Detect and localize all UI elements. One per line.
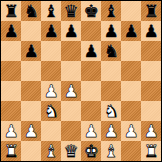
square-b8[interactable]: ♞	[21, 1, 41, 21]
square-d2[interactable]	[61, 121, 81, 141]
piece-white-king[interactable]: ♚	[83, 141, 98, 161]
square-c3[interactable]: ♞	[41, 101, 61, 121]
square-e8[interactable]: ♚	[81, 1, 101, 21]
square-h1[interactable]: ♜	[141, 141, 161, 161]
square-c6[interactable]	[41, 41, 61, 61]
piece-black-king[interactable]: ♚	[83, 1, 98, 21]
square-e6[interactable]: ♟	[81, 41, 101, 61]
piece-black-knight[interactable]: ♞	[23, 1, 38, 21]
square-f4[interactable]	[101, 81, 121, 101]
square-g7[interactable]: ♟	[121, 21, 141, 41]
square-e4[interactable]	[81, 81, 101, 101]
square-d1[interactable]: ♛	[61, 141, 81, 161]
square-d6[interactable]	[61, 41, 81, 61]
square-c2[interactable]	[41, 121, 61, 141]
piece-white-rook[interactable]: ♜	[143, 141, 158, 161]
piece-white-pawn[interactable]: ♟	[103, 121, 118, 141]
piece-black-bishop[interactable]: ♝	[103, 1, 118, 21]
square-b1[interactable]	[21, 141, 41, 161]
square-a2[interactable]: ♟	[1, 121, 21, 141]
square-a6[interactable]	[1, 41, 21, 61]
square-a4[interactable]	[1, 81, 21, 101]
square-h5[interactable]	[141, 61, 161, 81]
square-b4[interactable]	[21, 81, 41, 101]
square-f2[interactable]: ♟	[101, 121, 121, 141]
square-h3[interactable]	[141, 101, 161, 121]
square-b6[interactable]: ♟	[21, 41, 41, 61]
square-g3[interactable]	[121, 101, 141, 121]
square-c8[interactable]: ♝	[41, 1, 61, 21]
piece-black-queen[interactable]: ♛	[63, 1, 78, 21]
square-a3[interactable]	[1, 101, 21, 121]
square-f8[interactable]: ♝	[101, 1, 121, 21]
square-a1[interactable]: ♜	[1, 141, 21, 161]
square-b2[interactable]: ♟	[21, 121, 41, 141]
square-h6[interactable]	[141, 41, 161, 61]
square-a8[interactable]: ♜	[1, 1, 21, 21]
piece-black-pawn[interactable]: ♟	[123, 21, 138, 41]
square-d7[interactable]: ♟	[61, 21, 81, 41]
piece-black-pawn[interactable]: ♟	[143, 21, 158, 41]
piece-white-knight[interactable]: ♞	[43, 101, 58, 121]
piece-white-pawn[interactable]: ♟	[43, 81, 58, 101]
square-h7[interactable]: ♟	[141, 21, 161, 41]
square-c7[interactable]: ♟	[41, 21, 61, 41]
piece-black-rook[interactable]: ♜	[3, 1, 18, 21]
square-e1[interactable]: ♚	[81, 141, 101, 161]
piece-black-rook[interactable]: ♜	[143, 1, 158, 21]
square-b7[interactable]	[21, 21, 41, 41]
piece-black-pawn[interactable]: ♟	[3, 21, 18, 41]
piece-white-bishop[interactable]: ♝	[43, 141, 58, 161]
square-g5[interactable]	[121, 61, 141, 81]
square-e3[interactable]	[81, 101, 101, 121]
square-g6[interactable]	[121, 41, 141, 61]
square-f1[interactable]: ♝	[101, 141, 121, 161]
square-h2[interactable]: ♟	[141, 121, 161, 141]
piece-black-pawn[interactable]: ♟	[83, 41, 98, 61]
square-f7[interactable]: ♟	[101, 21, 121, 41]
square-d5[interactable]	[61, 61, 81, 81]
piece-white-pawn[interactable]: ♟	[83, 121, 98, 141]
square-e2[interactable]: ♟	[81, 121, 101, 141]
square-b3[interactable]	[21, 101, 41, 121]
square-e5[interactable]	[81, 61, 101, 81]
square-g8[interactable]	[121, 1, 141, 21]
square-g1[interactable]	[121, 141, 141, 161]
piece-black-pawn[interactable]: ♟	[63, 21, 78, 41]
piece-white-pawn[interactable]: ♟	[143, 121, 158, 141]
piece-black-bishop[interactable]: ♝	[43, 1, 58, 21]
piece-white-pawn[interactable]: ♟	[3, 121, 18, 141]
piece-black-pawn[interactable]: ♟	[103, 21, 118, 41]
square-e7[interactable]	[81, 21, 101, 41]
piece-white-rook[interactable]: ♜	[3, 141, 18, 161]
piece-black-pawn[interactable]: ♟	[23, 41, 38, 61]
square-g4[interactable]	[121, 81, 141, 101]
piece-white-queen[interactable]: ♛	[63, 141, 78, 161]
square-f3[interactable]: ♞	[101, 101, 121, 121]
square-f6[interactable]: ♞	[101, 41, 121, 61]
piece-white-knight[interactable]: ♞	[103, 101, 118, 121]
square-g2[interactable]: ♟	[121, 121, 141, 141]
square-h8[interactable]: ♜	[141, 1, 161, 21]
square-b5[interactable]	[21, 61, 41, 81]
square-a7[interactable]: ♟	[1, 21, 21, 41]
square-c1[interactable]: ♝	[41, 141, 61, 161]
piece-white-pawn[interactable]: ♟	[63, 81, 78, 101]
chess-board: ♜♞♝♛♚♝♜♟♟♟♟♟♟♟♟♞♟♟♞♞♟♟♟♟♟♟♜♝♛♚♝♜	[0, 0, 162, 162]
square-d3[interactable]	[61, 101, 81, 121]
square-f5[interactable]	[101, 61, 121, 81]
piece-white-pawn[interactable]: ♟	[123, 121, 138, 141]
square-c5[interactable]	[41, 61, 61, 81]
square-d8[interactable]: ♛	[61, 1, 81, 21]
piece-black-pawn[interactable]: ♟	[43, 21, 58, 41]
square-h4[interactable]	[141, 81, 161, 101]
piece-white-bishop[interactable]: ♝	[103, 141, 118, 161]
square-d4[interactable]: ♟	[61, 81, 81, 101]
piece-white-pawn[interactable]: ♟	[23, 121, 38, 141]
square-a5[interactable]	[1, 61, 21, 81]
square-c4[interactable]: ♟	[41, 81, 61, 101]
piece-black-knight[interactable]: ♞	[103, 41, 118, 61]
